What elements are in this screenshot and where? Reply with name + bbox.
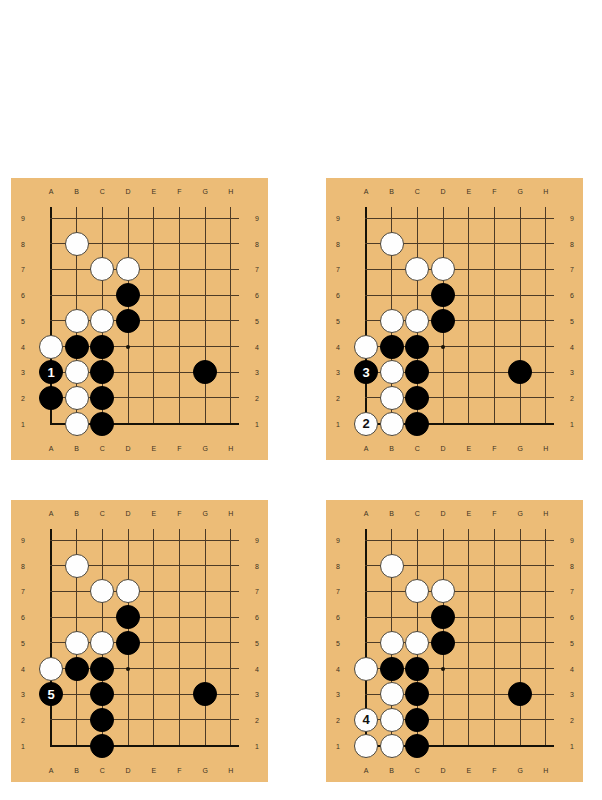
row-label-5-left: 5 (336, 317, 340, 324)
col-label-D-bottom: D (441, 445, 446, 452)
stone-white-C5 (90, 631, 114, 655)
stone-black-A3-move-5: 5 (39, 682, 63, 706)
grid-line-vertical-H (230, 529, 231, 747)
col-label-C-top: C (100, 510, 105, 517)
stone-black-C4 (405, 335, 429, 359)
grid-line-vertical-E (468, 207, 469, 425)
move-number-3: 3 (362, 365, 369, 380)
stone-black-G3 (193, 682, 217, 706)
row-label-1-right: 1 (570, 420, 574, 427)
col-label-C-top: C (100, 188, 105, 195)
stone-black-D6 (431, 605, 455, 629)
col-label-B-top: B (389, 510, 394, 517)
col-label-A-top: A (49, 188, 54, 195)
go-diagram-1: AABBCCDDEEFFGGHH9988776655443322111 (11, 178, 268, 460)
grid-line-vertical-F (179, 529, 180, 747)
row-label-1-left: 1 (336, 420, 340, 427)
row-label-3-left: 3 (336, 369, 340, 376)
stone-white-B3 (380, 682, 404, 706)
stone-white-A4 (39, 335, 63, 359)
col-label-F-top: F (177, 188, 181, 195)
col-label-E-top: E (151, 510, 156, 517)
row-label-3-left: 3 (21, 369, 25, 376)
row-label-1-left: 1 (21, 742, 25, 749)
stone-black-C1 (90, 734, 114, 758)
stone-white-B8 (65, 554, 89, 578)
stone-white-B1 (65, 412, 89, 436)
row-label-7-right: 7 (255, 588, 259, 595)
row-label-4-left: 4 (336, 343, 340, 350)
col-label-A-top: A (364, 510, 369, 517)
stone-black-G3 (508, 682, 532, 706)
stone-black-C3 (90, 682, 114, 706)
grid-line-vertical-A (50, 529, 52, 747)
grid-line-horizontal-9 (50, 540, 239, 541)
stone-white-B2 (380, 708, 404, 732)
col-label-B-top: B (74, 510, 79, 517)
row-label-6-right: 6 (255, 614, 259, 621)
row-label-9-right: 9 (570, 537, 574, 544)
col-label-F-bottom: F (177, 445, 181, 452)
stone-white-A2-move-4: 4 (354, 708, 378, 732)
row-label-4-left: 4 (21, 343, 25, 350)
row-label-1-right: 1 (570, 742, 574, 749)
stone-black-C3 (405, 682, 429, 706)
col-label-B-top: B (74, 188, 79, 195)
stone-white-C7 (90, 257, 114, 281)
col-label-F-top: F (492, 510, 496, 517)
grid-line-vertical-E (468, 529, 469, 747)
grid-line-vertical-E (153, 207, 154, 425)
row-label-5-left: 5 (336, 639, 340, 646)
col-label-F-top: F (177, 510, 181, 517)
col-label-A-top: A (364, 188, 369, 195)
row-label-9-left: 9 (21, 537, 25, 544)
stone-black-D5 (116, 309, 140, 333)
row-label-6-left: 6 (336, 614, 340, 621)
col-label-B-bottom: B (389, 767, 394, 774)
col-label-C-bottom: C (415, 767, 420, 774)
star-point-D4 (126, 345, 130, 349)
stone-black-G3 (508, 360, 532, 384)
row-label-4-left: 4 (336, 665, 340, 672)
col-label-D-bottom: D (126, 445, 131, 452)
col-label-D-top: D (441, 188, 446, 195)
grid-line-vertical-G (520, 207, 521, 425)
col-label-H-top: H (228, 510, 233, 517)
col-label-G-top: G (517, 188, 522, 195)
grid-line-horizontal-6 (365, 295, 554, 296)
row-label-2-left: 2 (336, 716, 340, 723)
row-label-7-left: 7 (21, 588, 25, 595)
row-label-8-right: 8 (570, 562, 574, 569)
col-label-H-bottom: H (228, 445, 233, 452)
star-point-D4 (441, 345, 445, 349)
move-number-4: 4 (362, 712, 369, 727)
grid-line-horizontal-6 (50, 295, 239, 296)
row-label-8-right: 8 (255, 562, 259, 569)
go-diagram-4: AABBCCDDEEFFGGHH9988776655443322114 (326, 500, 583, 782)
row-label-2-left: 2 (21, 716, 25, 723)
row-label-6-left: 6 (21, 614, 25, 621)
grid-line-vertical-F (494, 207, 495, 425)
row-label-5-right: 5 (570, 317, 574, 324)
col-label-B-bottom: B (74, 767, 79, 774)
stone-white-A4 (39, 657, 63, 681)
row-label-1-right: 1 (255, 420, 259, 427)
stone-white-B5 (65, 631, 89, 655)
grid-line-vertical-G (205, 207, 206, 425)
stone-black-C2 (405, 708, 429, 732)
stone-black-C3 (90, 360, 114, 384)
row-label-7-right: 7 (255, 266, 259, 273)
col-label-F-top: F (492, 188, 496, 195)
stone-black-B4 (380, 335, 404, 359)
stone-black-A3-move-3: 3 (354, 360, 378, 384)
col-label-C-bottom: C (100, 767, 105, 774)
row-label-8-left: 8 (21, 240, 25, 247)
stone-white-C5 (405, 631, 429, 655)
row-label-8-left: 8 (336, 240, 340, 247)
stone-black-C1 (405, 734, 429, 758)
row-label-9-right: 9 (255, 215, 259, 222)
grid-line-horizontal-6 (50, 617, 239, 618)
col-label-F-bottom: F (177, 767, 181, 774)
stone-black-D6 (116, 605, 140, 629)
star-point-D4 (126, 667, 130, 671)
col-label-E-bottom: E (466, 445, 471, 452)
star-point-D4 (441, 667, 445, 671)
stone-white-B2 (380, 386, 404, 410)
grid-line-horizontal-9 (50, 218, 239, 219)
stone-white-B8 (380, 232, 404, 256)
col-label-H-top: H (543, 510, 548, 517)
row-label-7-right: 7 (570, 588, 574, 595)
col-label-F-bottom: F (492, 767, 496, 774)
col-label-G-top: G (202, 188, 207, 195)
stone-black-C2 (405, 386, 429, 410)
grid-line-horizontal-7 (50, 269, 239, 270)
col-label-D-top: D (126, 510, 131, 517)
row-label-8-right: 8 (255, 240, 259, 247)
stone-white-D7 (431, 257, 455, 281)
col-label-A-bottom: A (364, 767, 369, 774)
row-label-7-left: 7 (336, 266, 340, 273)
row-label-6-right: 6 (255, 292, 259, 299)
row-label-7-left: 7 (336, 588, 340, 595)
stone-black-C2 (90, 708, 114, 732)
col-label-E-bottom: E (151, 445, 156, 452)
grid-line-horizontal-7 (365, 591, 554, 592)
row-label-8-right: 8 (570, 240, 574, 247)
col-label-C-bottom: C (415, 445, 420, 452)
row-label-3-right: 3 (255, 369, 259, 376)
col-label-H-bottom: H (228, 767, 233, 774)
row-label-6-right: 6 (570, 292, 574, 299)
grid-line-horizontal-9 (365, 540, 554, 541)
row-label-6-left: 6 (336, 292, 340, 299)
stone-white-B8 (65, 232, 89, 256)
row-label-3-right: 3 (255, 691, 259, 698)
stone-black-D5 (431, 631, 455, 655)
row-label-5-left: 5 (21, 639, 25, 646)
stone-black-D5 (116, 631, 140, 655)
stone-black-D6 (116, 283, 140, 307)
grid-line-vertical-G (520, 529, 521, 747)
stone-white-A1-move-2: 2 (354, 412, 378, 436)
row-label-5-right: 5 (255, 317, 259, 324)
row-label-4-right: 4 (255, 665, 259, 672)
row-label-3-right: 3 (570, 369, 574, 376)
stone-black-C1 (405, 412, 429, 436)
stone-white-B3 (380, 360, 404, 384)
stone-white-A4 (354, 335, 378, 359)
grid-line-vertical-F (494, 529, 495, 747)
stone-white-A4 (354, 657, 378, 681)
col-label-C-top: C (415, 188, 420, 195)
row-label-4-right: 4 (570, 343, 574, 350)
grid-line-vertical-E (153, 529, 154, 747)
stone-black-C4 (90, 657, 114, 681)
stone-white-D7 (116, 257, 140, 281)
row-label-2-right: 2 (570, 716, 574, 723)
stone-white-B1 (380, 412, 404, 436)
row-label-9-left: 9 (21, 215, 25, 222)
col-label-E-top: E (151, 188, 156, 195)
row-label-9-right: 9 (570, 215, 574, 222)
row-label-6-left: 6 (21, 292, 25, 299)
stone-white-C7 (405, 257, 429, 281)
col-label-B-bottom: B (74, 445, 79, 452)
move-number-5: 5 (47, 687, 54, 702)
stone-white-C5 (90, 309, 114, 333)
col-label-E-top: E (466, 510, 471, 517)
stone-black-B4 (65, 335, 89, 359)
row-label-9-left: 9 (336, 537, 340, 544)
stone-black-A3-move-1: 1 (39, 360, 63, 384)
row-label-2-left: 2 (21, 394, 25, 401)
col-label-E-top: E (466, 188, 471, 195)
grid-line-horizontal-7 (365, 269, 554, 270)
row-label-8-left: 8 (21, 562, 25, 569)
grid-line-horizontal-2 (50, 719, 239, 720)
col-label-C-bottom: C (100, 445, 105, 452)
stone-black-C3 (405, 360, 429, 384)
stone-white-B1 (380, 734, 404, 758)
grid-line-horizontal-9 (365, 218, 554, 219)
row-label-3-left: 3 (21, 691, 25, 698)
row-label-5-right: 5 (570, 639, 574, 646)
col-label-B-bottom: B (389, 445, 394, 452)
col-label-H-top: H (543, 188, 548, 195)
stone-black-B4 (65, 657, 89, 681)
stone-white-C7 (405, 579, 429, 603)
stone-black-D5 (431, 309, 455, 333)
col-label-D-top: D (126, 188, 131, 195)
grid-line-vertical-H (545, 207, 546, 425)
col-label-H-bottom: H (543, 445, 548, 452)
col-label-G-bottom: G (202, 767, 207, 774)
col-label-A-bottom: A (49, 767, 54, 774)
stone-white-D7 (431, 579, 455, 603)
col-label-G-bottom: G (517, 445, 522, 452)
stone-white-D7 (116, 579, 140, 603)
row-label-8-left: 8 (336, 562, 340, 569)
col-label-C-top: C (415, 510, 420, 517)
col-label-A-top: A (49, 510, 54, 517)
row-label-4-right: 4 (570, 665, 574, 672)
stone-white-B2 (65, 386, 89, 410)
col-label-G-top: G (202, 510, 207, 517)
grid-line-vertical-H (230, 207, 231, 425)
row-label-5-left: 5 (21, 317, 25, 324)
stone-black-C1 (90, 412, 114, 436)
stone-white-B3 (65, 360, 89, 384)
row-label-9-left: 9 (336, 215, 340, 222)
row-label-1-left: 1 (336, 742, 340, 749)
row-label-2-right: 2 (255, 394, 259, 401)
stone-black-B4 (380, 657, 404, 681)
stone-white-B5 (380, 631, 404, 655)
stone-white-B5 (380, 309, 404, 333)
move-number-1: 1 (47, 365, 54, 380)
stone-white-B5 (65, 309, 89, 333)
stone-black-D6 (431, 283, 455, 307)
col-label-G-top: G (517, 510, 522, 517)
row-label-2-left: 2 (336, 394, 340, 401)
col-label-D-bottom: D (441, 767, 446, 774)
row-label-1-left: 1 (21, 420, 25, 427)
grid-line-vertical-F (179, 207, 180, 425)
stone-white-C5 (405, 309, 429, 333)
stone-white-C7 (90, 579, 114, 603)
grid-line-horizontal-7 (50, 591, 239, 592)
col-label-A-bottom: A (364, 445, 369, 452)
col-label-H-top: H (228, 188, 233, 195)
grid-line-vertical-G (205, 529, 206, 747)
row-label-4-right: 4 (255, 343, 259, 350)
row-label-1-right: 1 (255, 742, 259, 749)
row-label-4-left: 4 (21, 665, 25, 672)
row-label-7-right: 7 (570, 266, 574, 273)
stone-black-C2 (90, 386, 114, 410)
row-label-9-right: 9 (255, 537, 259, 544)
stone-black-C4 (90, 335, 114, 359)
row-label-5-right: 5 (255, 639, 259, 646)
grid-line-vertical-A (365, 207, 367, 425)
move-number-2: 2 (362, 416, 369, 431)
stone-white-B8 (380, 554, 404, 578)
col-label-E-bottom: E (466, 767, 471, 774)
row-label-3-right: 3 (570, 691, 574, 698)
col-label-E-bottom: E (151, 767, 156, 774)
row-label-2-right: 2 (570, 394, 574, 401)
col-label-D-top: D (441, 510, 446, 517)
col-label-G-bottom: G (517, 767, 522, 774)
col-label-F-bottom: F (492, 445, 496, 452)
row-label-7-left: 7 (21, 266, 25, 273)
row-label-2-right: 2 (255, 716, 259, 723)
col-label-D-bottom: D (126, 767, 131, 774)
col-label-B-top: B (389, 188, 394, 195)
grid-line-horizontal-1 (50, 745, 239, 747)
stone-black-A2 (39, 386, 63, 410)
row-label-3-left: 3 (336, 691, 340, 698)
col-label-G-bottom: G (202, 445, 207, 452)
stone-black-C4 (405, 657, 429, 681)
col-label-A-bottom: A (49, 445, 54, 452)
grid-line-horizontal-6 (365, 617, 554, 618)
go-diagram-3: AABBCCDDEEFFGGHH9988776655443322115 (11, 500, 268, 782)
go-diagram-2: AABBCCDDEEFFGGHH99887766554433221132 (326, 178, 583, 460)
col-label-H-bottom: H (543, 767, 548, 774)
stone-black-G3 (193, 360, 217, 384)
grid-line-vertical-H (545, 529, 546, 747)
stone-white-A1 (354, 734, 378, 758)
row-label-6-right: 6 (570, 614, 574, 621)
